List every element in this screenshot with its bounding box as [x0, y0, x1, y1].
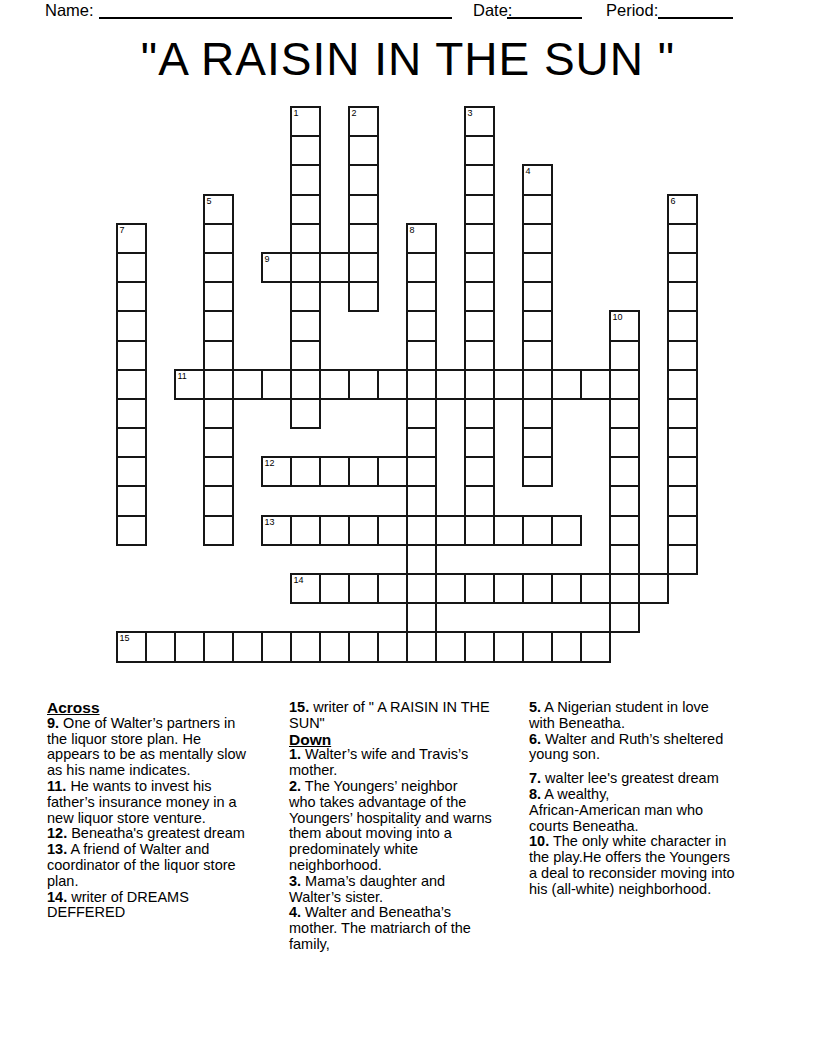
grid-cell[interactable]	[348, 573, 379, 604]
grid-cell[interactable]	[609, 398, 640, 429]
grid-cell[interactable]: 8	[406, 223, 437, 254]
grid-cell[interactable]	[116, 485, 147, 516]
grid-cell[interactable]	[116, 515, 147, 546]
grid-cell[interactable]	[609, 340, 640, 371]
grid-cell[interactable]	[290, 310, 321, 341]
grid-cell[interactable]	[348, 631, 379, 662]
date-blank[interactable]	[507, 0, 582, 19]
clue-12: 12. Beneatha's greatest dream	[47, 826, 285, 842]
grid-cell[interactable]	[609, 456, 640, 487]
grid-cell[interactable]	[667, 398, 698, 429]
grid-cell[interactable]	[116, 310, 147, 341]
grid-cell[interactable]	[203, 456, 234, 487]
grid-cell[interactable]	[406, 602, 437, 633]
grid-cell[interactable]	[667, 515, 698, 546]
grid-cell[interactable]: 14	[290, 573, 321, 604]
grid-cell[interactable]	[580, 631, 611, 662]
grid-cell[interactable]	[464, 135, 495, 166]
grid-cell[interactable]	[551, 369, 582, 400]
clue-number: 3	[468, 108, 473, 118]
grid-cell[interactable]	[464, 252, 495, 283]
grid-cell[interactable]	[609, 573, 640, 604]
grid-cell[interactable]	[348, 281, 379, 312]
grid-cell[interactable]	[348, 194, 379, 225]
grid-cell[interactable]	[406, 573, 437, 604]
grid-cell[interactable]	[116, 369, 147, 400]
clue-number: 13	[265, 517, 275, 527]
clue-10: 10. The only white character in the play…	[529, 834, 773, 897]
grid-cell[interactable]: 10	[609, 310, 640, 341]
grid-cell[interactable]	[203, 223, 234, 254]
grid-cell[interactable]	[203, 310, 234, 341]
grid-cell[interactable]: 5	[203, 194, 234, 225]
grid-cell[interactable]	[203, 340, 234, 371]
grid-cell[interactable]	[406, 340, 437, 371]
grid-cell[interactable]	[116, 398, 147, 429]
grid-cell[interactable]	[493, 573, 524, 604]
grid-cell[interactable]	[551, 573, 582, 604]
clue-6: 6. Walter and Ruth’s sheltered young son…	[529, 732, 773, 764]
grid-cell[interactable]	[667, 310, 698, 341]
grid-cell[interactable]	[522, 631, 553, 662]
grid-cell[interactable]	[290, 631, 321, 662]
grid-cell[interactable]	[203, 252, 234, 283]
grid-cell[interactable]	[464, 223, 495, 254]
grid-cell[interactable]	[667, 252, 698, 283]
grid-cell[interactable]	[609, 515, 640, 546]
grid-cell[interactable]: 9	[261, 252, 292, 283]
clue-number: 4	[526, 166, 531, 176]
grid-cell[interactable]: 4	[522, 164, 553, 195]
grid-cell[interactable]	[464, 398, 495, 429]
grid-cell[interactable]	[348, 456, 379, 487]
clue-2: 2. The Youngers’ neighbor who takes adva…	[289, 779, 523, 874]
grid-cell[interactable]	[667, 340, 698, 371]
period-label: Period:	[606, 1, 658, 20]
grid-cell[interactable]	[348, 135, 379, 166]
grid-cell[interactable]	[377, 631, 408, 662]
grid-cell[interactable]	[348, 515, 379, 546]
grid-cell[interactable]	[116, 252, 147, 283]
grid-cell[interactable]	[522, 252, 553, 283]
clue-number: 11	[178, 371, 187, 381]
grid-cell[interactable]	[522, 281, 553, 312]
clue-3: 3. Mama’s daughter and Walter’s sister.	[289, 874, 523, 906]
grid-cell[interactable]	[522, 427, 553, 458]
grid-cell[interactable]	[203, 515, 234, 546]
name-label: Name:	[45, 1, 94, 20]
grid-cell[interactable]	[290, 340, 321, 371]
grid-cell[interactable]	[493, 369, 524, 400]
grid-cell[interactable]	[435, 369, 466, 400]
grid-cell[interactable]	[464, 340, 495, 371]
grid-cell[interactable]: 7	[116, 223, 147, 254]
grid-cell[interactable]	[145, 631, 176, 662]
grid-cell[interactable]	[377, 456, 408, 487]
grid-cell[interactable]	[174, 631, 205, 662]
grid-cell[interactable]	[377, 573, 408, 604]
grid-cell[interactable]: 6	[667, 194, 698, 225]
grid-cell[interactable]	[319, 456, 350, 487]
grid-cell[interactable]	[406, 427, 437, 458]
grid-cell[interactable]	[464, 369, 495, 400]
clue-number: 9	[265, 254, 270, 264]
grid-cell[interactable]	[319, 252, 350, 283]
clue-13: 13. A friend of Walter and coordinator o…	[47, 842, 285, 889]
clue-5: 5. A Nigerian student in love with Benea…	[529, 700, 773, 732]
grid-cell[interactable]	[261, 369, 292, 400]
grid-cell[interactable]	[464, 427, 495, 458]
grid-cell[interactable]	[203, 398, 234, 429]
grid-cell[interactable]	[464, 164, 495, 195]
grid-cell[interactable]: 2	[348, 106, 379, 137]
grid-cell[interactable]	[609, 544, 640, 575]
grid-cell[interactable]	[232, 369, 263, 400]
grid-cell[interactable]	[522, 515, 553, 546]
grid-cell[interactable]	[290, 281, 321, 312]
grid-cell[interactable]	[319, 515, 350, 546]
clue-column-1: Across9. One of Walter’s partners in the…	[47, 700, 285, 921]
grid-cell[interactable]	[406, 252, 437, 283]
clue-column-3: 5. A Nigerian student in love with Benea…	[529, 700, 773, 898]
clue-1: 1. Walter’s wife and Travis’s mother.	[289, 747, 523, 779]
grid-cell[interactable]	[609, 602, 640, 633]
grid-cell[interactable]	[203, 485, 234, 516]
clue-number: 5	[207, 196, 212, 206]
clue-number: 15	[120, 633, 130, 643]
grid-cell[interactable]	[522, 194, 553, 225]
grid-cell[interactable]	[116, 427, 147, 458]
clue-7: 7. walter lee's greatest dream	[529, 771, 773, 787]
clue-column-2: 15. writer of " A RAISIN IN THE SUN"Down…	[289, 700, 523, 953]
grid-cell[interactable]	[290, 194, 321, 225]
grid-cell[interactable]	[406, 485, 437, 516]
grid-cell[interactable]	[435, 631, 466, 662]
grid-cell[interactable]	[580, 573, 611, 604]
grid-cell[interactable]	[116, 340, 147, 371]
grid-cell[interactable]: 15	[116, 631, 147, 662]
grid-cell[interactable]	[348, 252, 379, 283]
grid-cell[interactable]	[464, 456, 495, 487]
grid-cell[interactable]	[319, 631, 350, 662]
grid-cell[interactable]	[406, 281, 437, 312]
grid-cell[interactable]	[319, 369, 350, 400]
grid-cell[interactable]	[406, 544, 437, 575]
grid-cell[interactable]: 13	[261, 515, 292, 546]
grid-cell[interactable]	[406, 310, 437, 341]
name-blank[interactable]	[99, 0, 452, 19]
clue-number: 10	[613, 312, 623, 322]
grid-cell[interactable]	[493, 515, 524, 546]
clue-8: 8. A wealthy, African-American man who c…	[529, 787, 773, 834]
grid-cell[interactable]	[261, 631, 292, 662]
grid-cell[interactable]	[406, 398, 437, 429]
grid-cell[interactable]	[464, 573, 495, 604]
clue-number: 2	[352, 108, 357, 118]
clue-number: 14	[294, 575, 304, 585]
clue-4: 4. Walter and Beneatha’s mother. The mat…	[289, 905, 523, 952]
grid-cell[interactable]: 1	[290, 106, 321, 137]
grid-cell[interactable]	[638, 573, 669, 604]
grid-cell[interactable]	[464, 485, 495, 516]
grid-cell[interactable]	[667, 485, 698, 516]
clue-14: 14. writer of DREAMS DEFFERED	[47, 890, 285, 922]
grid-cell[interactable]	[464, 281, 495, 312]
clue-number: 6	[671, 196, 676, 206]
grid-cell[interactable]	[116, 281, 147, 312]
grid-cell[interactable]	[348, 223, 379, 254]
clue-number: 1	[294, 108, 299, 118]
grid-cell[interactable]	[406, 515, 437, 546]
grid-cell[interactable]	[290, 398, 321, 429]
grid-cell[interactable]	[203, 369, 234, 400]
grid-cell[interactable]	[290, 135, 321, 166]
grid-cell[interactable]	[522, 369, 553, 400]
crossword-grid: 123456789101112131415	[117, 107, 697, 662]
grid-cell[interactable]	[290, 369, 321, 400]
grid-cell[interactable]	[406, 456, 437, 487]
grid-cell[interactable]	[522, 456, 553, 487]
grid-cell[interactable]	[551, 515, 582, 546]
grid-cell[interactable]	[377, 515, 408, 546]
grid-cell[interactable]	[203, 281, 234, 312]
clue-15: 15. writer of " A RAISIN IN THE SUN"	[289, 700, 523, 732]
grid-cell[interactable]	[609, 369, 640, 400]
grid-cell[interactable]	[667, 544, 698, 575]
grid-cell[interactable]	[203, 631, 234, 662]
clue-9: 9. One of Walter’s partners in the liquo…	[47, 716, 285, 779]
grid-cell[interactable]: 11	[174, 369, 205, 400]
clue-number: 7	[120, 225, 125, 235]
grid-cell[interactable]	[522, 398, 553, 429]
grid-cell[interactable]	[290, 252, 321, 283]
grid-cell[interactable]	[203, 427, 234, 458]
grid-cell[interactable]	[435, 573, 466, 604]
grid-cell[interactable]	[667, 223, 698, 254]
grid-cell[interactable]	[667, 456, 698, 487]
grid-cell[interactable]	[406, 631, 437, 662]
grid-cell[interactable]	[348, 164, 379, 195]
clue-11: 11. He wants to invest his father’s insu…	[47, 779, 285, 826]
grid-cell[interactable]	[290, 456, 321, 487]
grid-cell[interactable]	[290, 164, 321, 195]
grid-cell[interactable]	[522, 223, 553, 254]
grid-cell[interactable]	[116, 456, 147, 487]
grid-cell[interactable]	[522, 340, 553, 371]
grid-cell[interactable]	[319, 573, 350, 604]
grid-cell[interactable]	[667, 369, 698, 400]
grid-cell[interactable]	[377, 369, 408, 400]
puzzle-title: "A RAISIN IN THE SUN "	[0, 36, 816, 82]
grid-cell[interactable]	[580, 369, 611, 400]
grid-cell[interactable]	[522, 573, 553, 604]
grid-cell[interactable]	[435, 515, 466, 546]
grid-cell[interactable]	[464, 631, 495, 662]
grid-cell[interactable]	[290, 223, 321, 254]
grid-cell[interactable]	[551, 631, 582, 662]
grid-cell[interactable]	[348, 369, 379, 400]
grid-cell[interactable]	[609, 485, 640, 516]
grid-cell[interactable]	[667, 427, 698, 458]
grid-cell[interactable]: 12	[261, 456, 292, 487]
grid-cell[interactable]	[522, 310, 553, 341]
grid-cell[interactable]	[609, 427, 640, 458]
grid-cell[interactable]	[464, 515, 495, 546]
clue-number: 8	[410, 225, 415, 235]
grid-cell[interactable]	[290, 515, 321, 546]
grid-cell[interactable]	[667, 281, 698, 312]
grid-cell[interactable]	[464, 194, 495, 225]
grid-cell[interactable]	[464, 310, 495, 341]
clues-heading-across: Across	[47, 700, 285, 716]
grid-cell[interactable]	[406, 369, 437, 400]
grid-cell[interactable]	[232, 631, 263, 662]
clues-heading-down: Down	[289, 732, 523, 748]
grid-cell[interactable]: 3	[464, 106, 495, 137]
period-blank[interactable]	[658, 0, 733, 19]
clue-number: 12	[265, 458, 275, 468]
grid-cell[interactable]	[493, 631, 524, 662]
